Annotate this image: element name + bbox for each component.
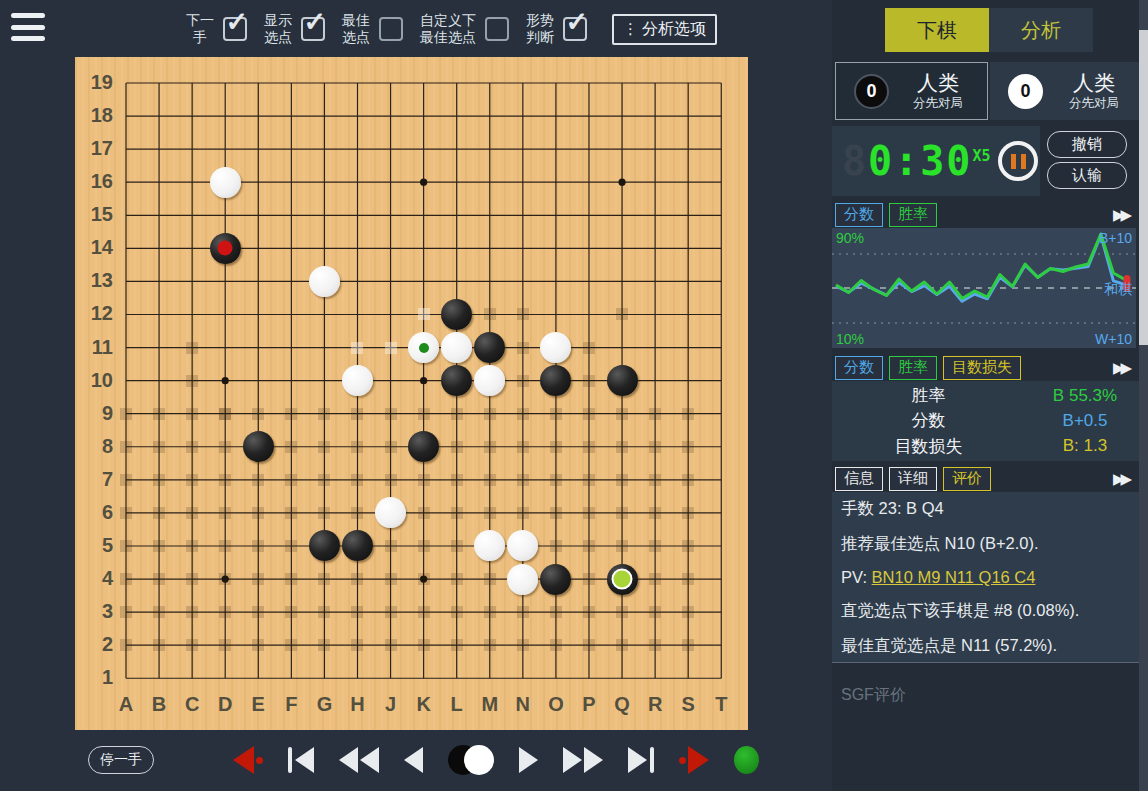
left-triangle (360, 747, 379, 773)
territory-mark-black (583, 639, 595, 651)
territory-mark-black (385, 606, 397, 618)
territory-mark-black (219, 573, 231, 585)
white-stone-H10 (342, 365, 373, 396)
toolbar-toggle-0[interactable]: 下一手 (186, 12, 247, 46)
column-label: D (208, 693, 242, 716)
territory-mark-black (153, 573, 165, 585)
stats-tab-winrate[interactable]: 胜率 (889, 356, 937, 380)
territory-mark-black (318, 441, 330, 453)
territory-mark-black (120, 573, 132, 585)
territory-mark-black (682, 441, 694, 453)
territory-mark-black (583, 507, 595, 519)
row-label: 17 (79, 137, 113, 160)
pv-prefix: PV: (841, 568, 872, 586)
territory-mark-black (219, 507, 231, 519)
territory-mark-black (517, 507, 529, 519)
green-status-icon (734, 746, 759, 774)
sgf-placeholder: SGF评价 (841, 685, 906, 706)
resign-button[interactable]: 认输 (1047, 162, 1127, 189)
red-right-triangle (688, 746, 709, 774)
right-panel: 下棋 分析 0 人类 分先对局 0 人类 分先对局 80:30X5 (832, 0, 1148, 791)
territory-mark-black (153, 639, 165, 651)
territory-mark-black (318, 606, 330, 618)
territory-mark-black (318, 408, 330, 420)
column-label: L (440, 693, 474, 716)
graph-tab-score[interactable]: 分数 (835, 203, 883, 227)
graph-label-b10: B+10 (1099, 230, 1132, 246)
territory-mark-black (219, 606, 231, 618)
territory-mark-black (351, 606, 363, 618)
info-best-move: 推荐最佳选点 N10 (B+2.0). (841, 533, 1136, 555)
right-triangle (519, 747, 538, 773)
left-triangle (339, 747, 358, 773)
territory-mark-black (550, 507, 562, 519)
checkbox-checked-icon[interactable] (301, 17, 325, 41)
territory-mark-black (186, 441, 198, 453)
territory-mark-black (484, 308, 496, 320)
graph-tab-winrate[interactable]: 胜率 (889, 203, 937, 227)
territory-mark-black (649, 606, 661, 618)
column-label: G (307, 693, 341, 716)
stat-label: 分数 (832, 409, 1025, 432)
column-label: M (473, 693, 507, 716)
row-label: 6 (79, 501, 113, 524)
toolbar-toggle-label: 下一手 (186, 12, 214, 46)
territory-mark-black (153, 474, 165, 486)
red-dot (256, 757, 263, 764)
column-label: S (671, 693, 705, 716)
pass-button[interactable]: 停一手 (88, 746, 154, 774)
territory-mark-black (219, 441, 231, 453)
territory-mark-black (219, 408, 231, 420)
territory-mark-black (649, 639, 661, 651)
territory-mark-black (219, 540, 231, 552)
current-move-stones-indicator[interactable] (448, 745, 494, 775)
territory-mark-black (186, 507, 198, 519)
column-label: O (539, 693, 573, 716)
territory-mark-black (418, 573, 430, 585)
territory-mark-black (120, 606, 132, 618)
territory-mark-black (484, 507, 496, 519)
column-label: H (340, 693, 374, 716)
row-label: 11 (79, 336, 113, 359)
territory-mark-black (583, 540, 595, 552)
territory-mark-black (418, 474, 430, 486)
right-triangle (584, 747, 603, 773)
dot-red-marker (218, 241, 233, 256)
row-label: 16 (79, 170, 113, 193)
app-window: 下一手显示选点最佳选点自定义下最佳选点形势判断⋮分析选项 19181716151… (0, 0, 1148, 791)
toolbar-toggle-label: 最佳选点 (342, 12, 370, 46)
territory-mark-black (682, 606, 694, 618)
territory-mark-black (285, 441, 297, 453)
territory-mark-black (550, 606, 562, 618)
checkbox-unchecked-icon[interactable] (379, 17, 403, 41)
territory-mark-black (285, 408, 297, 420)
stat-label: 目数损失 (832, 435, 1025, 458)
territory-mark-black (616, 441, 628, 453)
territory-mark-white (351, 342, 363, 354)
black-stone-D14 (210, 233, 241, 264)
stat-value: B 55.3% (1025, 386, 1145, 406)
territory-mark-black (385, 540, 397, 552)
white-stone-K11 (408, 332, 439, 363)
territory-mark-black (517, 474, 529, 486)
territory-mark-black (186, 639, 198, 651)
player-subtitle: 分先对局 (889, 95, 987, 112)
territory-mark-black (517, 606, 529, 618)
territory-mark-black (451, 540, 463, 552)
back-button[interactable] (404, 747, 423, 773)
column-label: J (374, 693, 408, 716)
info-move-number: 手数 23: B Q4 (841, 498, 1136, 520)
pv-link[interactable]: BN10 M9 N11 Q16 C4 (872, 568, 1036, 586)
territory-mark-black (649, 573, 661, 585)
column-label: A (109, 693, 143, 716)
territory-mark-black (285, 573, 297, 585)
last-move-button[interactable] (628, 747, 654, 773)
graph-label-w10: W+10 (1095, 331, 1132, 347)
column-label: C (175, 693, 209, 716)
territory-mark-white (385, 342, 397, 354)
territory-mark-black (550, 408, 562, 420)
black-white-stones-icon (448, 745, 494, 775)
territory-mark-black (583, 441, 595, 453)
territory-mark-black (318, 474, 330, 486)
go-board[interactable]: 19181716151413121110987654321ABCDEFGHJKL… (75, 57, 748, 730)
territory-mark-black (153, 441, 165, 453)
column-label: F (274, 693, 308, 716)
white-stone-D16 (210, 167, 241, 198)
territory-mark-black (550, 441, 562, 453)
kebab-dots-icon: ⋮ (623, 20, 638, 38)
territory-mark-black (252, 573, 264, 585)
row-label: 13 (79, 269, 113, 292)
row-label: 7 (79, 468, 113, 491)
toolbar-toggle-2[interactable]: 最佳选点 (342, 12, 403, 46)
stat-row-score: 分数 B+0.5 (832, 409, 1145, 432)
stats-box: 胜率 B 55.3% 分数 B+0.5 目数损失 B: 1.3 (832, 381, 1145, 461)
bar (288, 747, 292, 773)
territory-mark-black (682, 540, 694, 552)
territory-mark-black (351, 573, 363, 585)
bar (650, 747, 654, 773)
black-stone-O4 (540, 564, 571, 595)
territory-mark-black (451, 573, 463, 585)
territory-mark-black (351, 507, 363, 519)
tab-analysis[interactable]: 分析 (989, 8, 1093, 52)
territory-mark-black (186, 573, 198, 585)
territory-mark-black (682, 639, 694, 651)
territory-mark-black (120, 639, 132, 651)
territory-mark-black (186, 342, 198, 354)
territory-mark-black (186, 540, 198, 552)
column-label: T (704, 693, 738, 716)
hamburger-bar (11, 25, 45, 30)
info-pv: PV: BN10 M9 N11 Q16 C4 (841, 568, 1136, 587)
pause-button[interactable] (998, 141, 1038, 181)
territory-mark-black (517, 308, 529, 320)
territory-mark-black (616, 540, 628, 552)
forward-button[interactable] (519, 747, 538, 773)
territory-mark-black (153, 408, 165, 420)
fast-forward-icon[interactable]: ▶▶ (1113, 470, 1128, 488)
move-info-box: 手数 23: B Q4 推荐最佳选点 N10 (B+2.0). PV: BN10… (832, 492, 1145, 662)
analysis-toolbar: 下一手显示选点最佳选点自定义下最佳选点形势判断⋮分析选项 (186, 4, 717, 54)
territory-mark-black (285, 606, 297, 618)
black-stone-E8 (243, 431, 274, 462)
territory-mark-black (550, 639, 562, 651)
row-label: 1 (79, 666, 113, 689)
row-label: 4 (79, 567, 113, 590)
row-label: 3 (79, 600, 113, 623)
row-label: 15 (79, 203, 113, 226)
territory-mark-black (219, 474, 231, 486)
first-move-button[interactable] (288, 747, 314, 773)
player-name: 人类 (889, 71, 987, 95)
territory-mark-black (517, 639, 529, 651)
territory-mark-black (583, 408, 595, 420)
row-label: 18 (79, 104, 113, 127)
timer-display: 80:30X5 (842, 138, 990, 184)
territory-mark-black (385, 408, 397, 420)
white-stone-icon (464, 745, 494, 775)
territory-mark-black (616, 639, 628, 651)
territory-mark-black (649, 540, 661, 552)
territory-mark-black (418, 408, 430, 420)
column-label: Q (605, 693, 639, 716)
territory-mark-black (583, 342, 595, 354)
stat-label: 胜率 (832, 384, 1025, 407)
info-tab-info[interactable]: 信息 (835, 467, 883, 491)
territory-mark-black (517, 375, 529, 387)
analysis-options-label: 分析选项 (642, 19, 706, 40)
pause-bar (1011, 154, 1016, 169)
territory-mark-white (418, 308, 430, 320)
row-label: 10 (79, 369, 113, 392)
territory-mark-black (418, 606, 430, 618)
toolbar-toggle-label: 显示选点 (264, 12, 292, 46)
player-name: 人类 (1043, 71, 1145, 95)
player-meta: 人类 分先对局 (889, 71, 987, 112)
territory-mark-black (616, 308, 628, 320)
territory-mark-black (517, 408, 529, 420)
toolbar-toggle-3[interactable]: 自定义下最佳选点 (420, 12, 509, 46)
hamburger-bar (11, 36, 45, 41)
territory-mark-black (616, 507, 628, 519)
row-label: 12 (79, 302, 113, 325)
graph-label-draw: 和棋 (1104, 281, 1132, 299)
red-dot (679, 757, 686, 764)
territory-mark-black (583, 375, 595, 387)
stats-tab-score[interactable]: 分数 (835, 356, 883, 380)
undo-button[interactable]: 撤销 (1047, 131, 1127, 158)
column-label: B (142, 693, 176, 716)
left-triangle (404, 747, 423, 773)
territory-mark-black (418, 639, 430, 651)
black-stone-Q4 (607, 564, 638, 595)
timer-card: 80:30X5 (832, 126, 1040, 196)
tab-play[interactable]: 下棋 (885, 8, 989, 52)
fast-forward-button[interactable] (563, 747, 603, 773)
territory-mark-black (252, 408, 264, 420)
next-mistake-button[interactable] (679, 746, 709, 774)
hamburger-menu-icon[interactable] (11, 10, 45, 44)
engine-status-indicator[interactable] (734, 746, 759, 774)
toolbar-toggle-label: 自定义下最佳选点 (420, 12, 476, 46)
hamburger-bar (11, 13, 45, 18)
info-tab-details[interactable]: 详细 (889, 467, 937, 491)
territory-mark-black (351, 639, 363, 651)
territory-mark-black (153, 606, 165, 618)
territory-mark-black (351, 408, 363, 420)
territory-mark-black (120, 507, 132, 519)
stat-row-point-loss: 目数损失 B: 1.3 (832, 435, 1145, 458)
territory-mark-black (649, 408, 661, 420)
black-stone-L12 (441, 299, 472, 330)
territory-mark-black (517, 441, 529, 453)
row-label: 9 (79, 402, 113, 425)
white-stone-N4 (507, 564, 538, 595)
stat-value: B: 1.3 (1025, 436, 1145, 456)
row-label: 19 (79, 71, 113, 94)
panel-scrollbar-track[interactable] (1139, 0, 1148, 791)
territory-mark-black (120, 441, 132, 453)
territory-mark-black (252, 474, 264, 486)
stats-tab-point-loss[interactable]: 目数损失 (943, 356, 1021, 380)
territory-mark-black (186, 408, 198, 420)
player-meta: 人类 分先对局 (1043, 71, 1145, 112)
checkbox-checked-icon[interactable] (223, 17, 247, 41)
checkbox-unchecked-icon[interactable] (485, 17, 509, 41)
toolbar-toggle-1[interactable]: 显示选点 (264, 12, 325, 46)
territory-mark-black (418, 540, 430, 552)
score-winrate-graph[interactable]: 90% B+10 和棋 10% W+10 (832, 228, 1136, 348)
player-card-white[interactable]: 0 人类 分先对局 (990, 62, 1145, 120)
right-triangle (563, 747, 582, 773)
territory-mark-black (120, 474, 132, 486)
territory-mark-black (451, 507, 463, 519)
stat-row-winrate: 胜率 B 55.3% (832, 384, 1145, 407)
territory-mark-black (550, 540, 562, 552)
column-label: N (506, 693, 540, 716)
graph-label-10: 10% (836, 331, 864, 347)
player-card-black[interactable]: 0 人类 分先对局 (835, 62, 988, 120)
territory-mark-black (219, 639, 231, 651)
white-stone-G13 (309, 266, 340, 297)
toolbar-toggle-label: 形势判断 (526, 12, 554, 46)
timer-periods: X5 (972, 147, 990, 165)
territory-mark-black (120, 408, 132, 420)
territory-mark-black (252, 540, 264, 552)
info-policy-best: 最佳直觉选点是 N11 (57.2%). (841, 635, 1136, 657)
territory-mark-black (451, 606, 463, 618)
territory-mark-black (186, 606, 198, 618)
info-tab-evaluation[interactable]: 评价 (943, 467, 991, 491)
territory-mark-black (451, 474, 463, 486)
row-label: 8 (79, 435, 113, 458)
territory-mark-black (517, 342, 529, 354)
territory-mark-black (616, 606, 628, 618)
territory-mark-black (616, 474, 628, 486)
move-navigation (233, 742, 759, 778)
column-label: E (241, 693, 275, 716)
territory-mark-black (583, 573, 595, 585)
graph-tabs: 分数 胜率 (835, 203, 937, 227)
territory-mark-black (351, 441, 363, 453)
territory-mark-black (484, 639, 496, 651)
timer-ghost-digit: 8 (842, 138, 868, 184)
territory-mark-black (252, 507, 264, 519)
territory-mark-black (153, 507, 165, 519)
territory-mark-black (318, 573, 330, 585)
territory-mark-black (285, 507, 297, 519)
territory-mark-black (550, 474, 562, 486)
player-subtitle: 分先对局 (1043, 95, 1145, 112)
territory-mark-black (484, 408, 496, 420)
prev-mistake-button[interactable] (233, 746, 263, 774)
fast-forward-icon[interactable]: ▶▶ (1113, 359, 1128, 377)
checkbox-checked-icon[interactable] (563, 17, 587, 41)
territory-mark-black (484, 573, 496, 585)
territory-mark-black (186, 375, 198, 387)
white-captures-badge: 0 (1008, 74, 1043, 109)
territory-mark-black (682, 573, 694, 585)
territory-mark-black (583, 606, 595, 618)
territory-mark-black (385, 573, 397, 585)
black-captures-badge: 0 (854, 74, 889, 109)
info-tabs: 信息 详细 评价 (835, 467, 991, 491)
pause-bar (1021, 154, 1026, 169)
territory-mark-black (385, 639, 397, 651)
panel-scrollbar-thumb[interactable] (1139, 30, 1148, 345)
territory-mark-black (484, 441, 496, 453)
territory-mark-black (583, 474, 595, 486)
last-move-marker (612, 569, 633, 590)
territory-mark-black (451, 408, 463, 420)
territory-mark-black (351, 474, 363, 486)
territory-mark-black (649, 507, 661, 519)
territory-mark-black (616, 408, 628, 420)
territory-mark-black (318, 507, 330, 519)
territory-mark-black (318, 639, 330, 651)
territory-mark-black (285, 474, 297, 486)
analysis-options-button[interactable]: ⋮分析选项 (612, 14, 717, 45)
territory-mark-black (682, 474, 694, 486)
stat-value: B+0.5 (1025, 411, 1145, 431)
territory-mark-black (186, 474, 198, 486)
fast-forward-icon[interactable]: ▶▶ (1113, 206, 1128, 224)
dot-green-marker (419, 343, 429, 353)
territory-mark-black (153, 540, 165, 552)
territory-mark-black (484, 474, 496, 486)
column-label: K (407, 693, 441, 716)
territory-mark-black (451, 441, 463, 453)
territory-mark-black (682, 507, 694, 519)
fast-back-button[interactable] (339, 747, 379, 773)
info-policy-rank: 直觉选点下该手棋是 #8 (0.08%). (841, 600, 1136, 622)
toolbar-toggle-4[interactable]: 形势判断 (526, 12, 587, 46)
right-triangle (628, 747, 647, 773)
red-left-triangle (233, 746, 254, 774)
territory-mark-black (682, 408, 694, 420)
stats-tabs: 分数 胜率 目数损失 (835, 356, 1021, 380)
graph-label-90: 90% (836, 230, 864, 246)
sgf-comment-area[interactable]: SGF评价 (832, 663, 1145, 790)
territory-mark-black (385, 474, 397, 486)
territory-mark-black (649, 441, 661, 453)
territory-mark-black (418, 507, 430, 519)
